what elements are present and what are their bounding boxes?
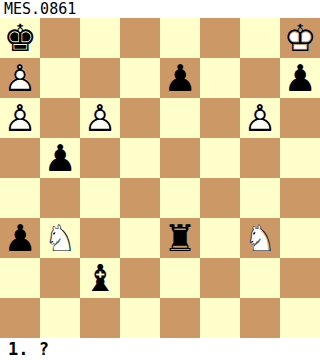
square-f1[interactable] (200, 298, 240, 338)
square-f8[interactable] (200, 18, 240, 58)
square-f3[interactable] (200, 218, 240, 258)
square-e3[interactable]: ♜ (160, 218, 200, 258)
square-b1[interactable] (40, 298, 80, 338)
square-h1[interactable] (280, 298, 320, 338)
piece-outline: ♘ (243, 217, 276, 260)
square-a8[interactable]: ♚ (0, 18, 40, 58)
square-e8[interactable] (160, 18, 200, 58)
white-king[interactable]: ♚♔ (283, 20, 316, 57)
black-pawn[interactable]: ♟ (3, 220, 36, 257)
square-f2[interactable] (200, 258, 240, 298)
square-f4[interactable] (200, 178, 240, 218)
black-rook[interactable]: ♜ (163, 220, 196, 257)
square-b5[interactable]: ♟ (40, 138, 80, 178)
white-knight[interactable]: ♞♘ (243, 220, 276, 257)
white-pawn[interactable]: ♟♙ (3, 100, 36, 137)
square-g5[interactable] (240, 138, 280, 178)
square-c6[interactable]: ♟♙ (80, 98, 120, 138)
square-a1[interactable] (0, 298, 40, 338)
square-a2[interactable] (0, 258, 40, 298)
square-d7[interactable] (120, 58, 160, 98)
black-bishop[interactable]: ♝ (83, 260, 116, 297)
move-prompt: 1. ? (0, 338, 320, 360)
square-b7[interactable] (40, 58, 80, 98)
chess-diagram: MES.0861 ♚♚♔♟♙♟♟♟♙♟♙♟♙♟♟♞♘♜♞♘♝ 1. ? (0, 0, 320, 360)
square-c4[interactable] (80, 178, 120, 218)
diagram-title: MES.0861 (0, 0, 320, 18)
chess-board: ♚♚♔♟♙♟♟♟♙♟♙♟♙♟♟♞♘♜♞♘♝ (0, 18, 320, 338)
square-a3[interactable]: ♟ (0, 218, 40, 258)
square-d1[interactable] (120, 298, 160, 338)
square-b2[interactable] (40, 258, 80, 298)
square-g8[interactable] (240, 18, 280, 58)
square-b3[interactable]: ♞♘ (40, 218, 80, 258)
square-h3[interactable] (280, 218, 320, 258)
square-e1[interactable] (160, 298, 200, 338)
square-g2[interactable] (240, 258, 280, 298)
piece-outline: ♙ (3, 97, 36, 140)
square-c1[interactable] (80, 298, 120, 338)
white-pawn[interactable]: ♟♙ (83, 100, 116, 137)
square-b6[interactable] (40, 98, 80, 138)
square-d6[interactable] (120, 98, 160, 138)
white-knight[interactable]: ♞♘ (43, 220, 76, 257)
square-c5[interactable] (80, 138, 120, 178)
square-e5[interactable] (160, 138, 200, 178)
black-pawn[interactable]: ♟ (43, 140, 76, 177)
piece-outline: ♔ (283, 17, 316, 60)
square-g6[interactable]: ♟♙ (240, 98, 280, 138)
square-a7[interactable]: ♟♙ (0, 58, 40, 98)
square-f5[interactable] (200, 138, 240, 178)
square-g1[interactable] (240, 298, 280, 338)
white-pawn[interactable]: ♟♙ (243, 100, 276, 137)
square-e2[interactable] (160, 258, 200, 298)
black-king[interactable]: ♚ (3, 20, 36, 57)
square-d2[interactable] (120, 258, 160, 298)
square-f6[interactable] (200, 98, 240, 138)
square-g7[interactable] (240, 58, 280, 98)
square-b8[interactable] (40, 18, 80, 58)
square-h4[interactable] (280, 178, 320, 218)
square-e7[interactable]: ♟ (160, 58, 200, 98)
piece-outline: ♙ (3, 57, 36, 100)
square-h2[interactable] (280, 258, 320, 298)
piece-outline: ♙ (83, 97, 116, 140)
square-g4[interactable] (240, 178, 280, 218)
square-h8[interactable]: ♚♔ (280, 18, 320, 58)
square-a6[interactable]: ♟♙ (0, 98, 40, 138)
square-c7[interactable] (80, 58, 120, 98)
black-pawn[interactable]: ♟ (163, 60, 196, 97)
piece-outline: ♙ (243, 97, 276, 140)
square-a5[interactable] (0, 138, 40, 178)
square-c8[interactable] (80, 18, 120, 58)
square-d8[interactable] (120, 18, 160, 58)
piece-outline: ♘ (43, 217, 76, 260)
square-d4[interactable] (120, 178, 160, 218)
square-c3[interactable] (80, 218, 120, 258)
square-f7[interactable] (200, 58, 240, 98)
square-b4[interactable] (40, 178, 80, 218)
square-h6[interactable] (280, 98, 320, 138)
square-a4[interactable] (0, 178, 40, 218)
black-pawn[interactable]: ♟ (283, 60, 316, 97)
square-d3[interactable] (120, 218, 160, 258)
square-e6[interactable] (160, 98, 200, 138)
square-c2[interactable]: ♝ (80, 258, 120, 298)
square-h5[interactable] (280, 138, 320, 178)
square-g3[interactable]: ♞♘ (240, 218, 280, 258)
square-h7[interactable]: ♟ (280, 58, 320, 98)
white-pawn[interactable]: ♟♙ (3, 60, 36, 97)
square-d5[interactable] (120, 138, 160, 178)
square-e4[interactable] (160, 178, 200, 218)
